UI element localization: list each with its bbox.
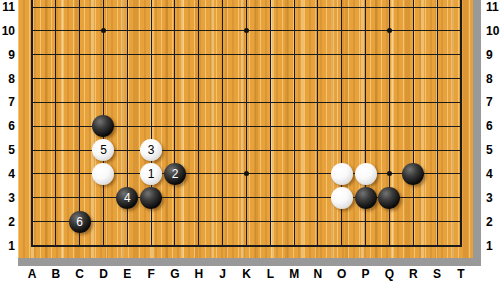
column-label-B: B [44,267,68,281]
grid-line-row-7 [31,102,462,103]
column-label-A: A [20,267,44,281]
grid-line-col-C [79,0,80,247]
grid-line-col-N [317,0,318,247]
stone-black-P3 [355,187,377,209]
column-label-P: P [354,267,378,281]
column-label-S: S [425,267,449,281]
grid-line-row-1 [31,245,462,247]
row-label-right-6: 6 [486,119,500,133]
move-number-label: 5 [100,144,107,156]
grid-line-row-9 [31,54,462,55]
row-label-right-5: 5 [486,143,500,157]
grid-line-col-F [151,0,152,247]
row-label-left-2: 2 [0,215,15,229]
board-shadow-bottom [18,258,481,266]
stone-black-C2: 6 [69,211,91,233]
column-label-F: F [139,267,163,281]
move-number-label: 3 [148,144,155,156]
grid-line-col-A [31,0,33,247]
grid-line-col-S [437,0,438,247]
column-label-Q: Q [377,267,401,281]
row-label-left-4: 4 [0,167,15,181]
column-label-L: L [258,267,282,281]
stone-white-F4: 1 [140,163,162,185]
row-label-right-8: 8 [486,72,500,86]
column-label-N: N [306,267,330,281]
row-label-left-3: 3 [0,191,15,205]
board-shadow-right [473,0,481,266]
column-label-J: J [211,267,235,281]
grid-line-col-L [270,0,271,247]
column-label-M: M [282,267,306,281]
stone-black-F3 [140,187,162,209]
grid-line-col-G [174,0,175,247]
row-label-right-10: 10 [486,24,500,38]
grid-line-col-Q [389,0,390,247]
column-label-C: C [68,267,92,281]
column-label-H: H [187,267,211,281]
row-label-left-10: 10 [0,24,15,38]
grid-line-col-T [460,0,462,247]
grid-line-col-R [413,0,414,247]
stone-white-O4 [331,163,353,185]
grid-line-col-M [294,0,295,247]
stone-black-G4: 2 [164,163,186,185]
grid-line-col-O [341,0,342,247]
grid-line-col-B [55,0,56,247]
grid-line-row-11 [31,7,462,8]
grid-line-col-P [365,0,366,247]
row-label-left-11: 11 [0,0,15,14]
grid-line-col-E [127,0,128,247]
grid-line-col-J [222,0,223,247]
move-number-label: 2 [172,168,179,180]
column-label-G: G [163,267,187,281]
row-label-right-7: 7 [486,95,500,109]
column-label-O: O [330,267,354,281]
row-label-right-3: 3 [486,191,500,205]
grid-line-col-K [246,0,247,247]
column-label-T: T [449,267,473,281]
row-label-right-9: 9 [486,48,500,62]
move-number-label: 1 [148,168,155,180]
move-number-label: 6 [76,216,83,228]
column-label-E: E [115,267,139,281]
column-label-D: D [91,267,115,281]
row-label-left-7: 7 [0,95,15,109]
stone-white-O3 [331,187,353,209]
row-label-right-2: 2 [486,215,500,229]
grid-line-row-2 [31,221,462,222]
row-label-right-11: 11 [486,0,500,14]
stone-black-E3: 4 [116,187,138,209]
row-label-left-8: 8 [0,72,15,86]
move-number-label: 4 [124,192,131,204]
row-label-left-5: 5 [0,143,15,157]
row-label-left-9: 9 [0,48,15,62]
grid-line-row-8 [31,78,462,79]
go-board-diagram: 531246 11109876543211110987654321ABCDEFG… [0,0,500,284]
row-label-right-4: 4 [486,167,500,181]
column-label-K: K [234,267,258,281]
stone-white-P4 [355,163,377,185]
row-label-left-6: 6 [0,119,15,133]
grid-line-col-H [198,0,199,247]
column-label-R: R [401,267,425,281]
row-label-right-1: 1 [486,239,500,253]
row-label-left-1: 1 [0,239,15,253]
